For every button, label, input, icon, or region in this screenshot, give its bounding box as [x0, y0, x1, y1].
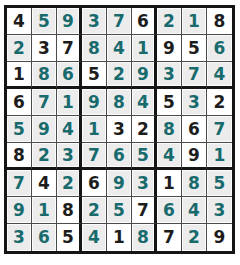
- cell-r7c6-solved[interactable]: 3: [132, 170, 157, 197]
- cell-r6c2-solved[interactable]: 2: [32, 143, 57, 170]
- cell-r8c3-given[interactable]: 8: [57, 197, 82, 224]
- cell-r5c4-solved[interactable]: 1: [82, 116, 107, 143]
- cell-r3c1-given[interactable]: 1: [7, 62, 32, 89]
- cell-r2c7-given[interactable]: 9: [157, 35, 182, 62]
- cell-r1c9-given[interactable]: 8: [207, 8, 232, 35]
- cell-r6c3-solved[interactable]: 3: [57, 143, 82, 170]
- cell-r4c5-solved[interactable]: 8: [107, 89, 132, 116]
- cell-r7c9-solved[interactable]: 5: [207, 170, 232, 197]
- cell-r2c1-solved[interactable]: 2: [7, 35, 32, 62]
- cell-r4c3-solved[interactable]: 1: [57, 89, 82, 116]
- cell-r8c7-solved[interactable]: 6: [157, 197, 182, 224]
- cell-r7c2-given[interactable]: 4: [32, 170, 57, 197]
- cell-r9c4-solved[interactable]: 4: [82, 224, 107, 251]
- cell-r8c8-solved[interactable]: 4: [182, 197, 207, 224]
- cell-r8c6-given[interactable]: 7: [132, 197, 157, 224]
- cell-r4c2-solved[interactable]: 7: [32, 89, 57, 116]
- cell-r5c3-solved[interactable]: 4: [57, 116, 82, 143]
- cell-r8c1-solved[interactable]: 9: [7, 197, 32, 224]
- cell-r9c1-solved[interactable]: 3: [7, 224, 32, 251]
- cell-r4c7-given[interactable]: 5: [157, 89, 182, 116]
- cell-r6c4-solved[interactable]: 7: [82, 143, 107, 170]
- cell-r4c9-given[interactable]: 2: [207, 89, 232, 116]
- cell-r1c2-solved[interactable]: 5: [32, 8, 57, 35]
- cell-r5c5-given[interactable]: 3: [107, 116, 132, 143]
- cell-r8c2-solved[interactable]: 1: [32, 197, 57, 224]
- cell-r8c4-solved[interactable]: 2: [82, 197, 107, 224]
- cell-r8c9-solved[interactable]: 3: [207, 197, 232, 224]
- cell-r9c8-solved[interactable]: 2: [182, 224, 207, 251]
- cell-r7c1-solved[interactable]: 7: [7, 170, 32, 197]
- cell-r1c1-given[interactable]: 4: [7, 8, 32, 35]
- cell-r2c5-solved[interactable]: 4: [107, 35, 132, 62]
- cell-r3c4-given[interactable]: 5: [82, 62, 107, 89]
- cell-r4c8-solved[interactable]: 3: [182, 89, 207, 116]
- cell-r9c6-solved[interactable]: 8: [132, 224, 157, 251]
- cell-r3c3-solved[interactable]: 6: [57, 62, 82, 89]
- cell-r7c3-solved[interactable]: 2: [57, 170, 82, 197]
- cell-r9c5-given[interactable]: 1: [107, 224, 132, 251]
- cell-r3c2-solved[interactable]: 8: [32, 62, 57, 89]
- cell-r6c6-solved[interactable]: 5: [132, 143, 157, 170]
- cell-r4c1-given[interactable]: 6: [7, 89, 32, 116]
- cell-r1c6-given[interactable]: 6: [132, 8, 157, 35]
- cell-r9c9-given[interactable]: 9: [207, 224, 232, 251]
- cell-r2c8-given[interactable]: 5: [182, 35, 207, 62]
- cell-r2c3-given[interactable]: 7: [57, 35, 82, 62]
- cell-r9c2-solved[interactable]: 6: [32, 224, 57, 251]
- cell-r4c4-solved[interactable]: 9: [82, 89, 107, 116]
- cell-r7c4-given[interactable]: 6: [82, 170, 107, 197]
- cell-r3c6-solved[interactable]: 9: [132, 62, 157, 89]
- cell-r3c9-solved[interactable]: 4: [207, 62, 232, 89]
- cell-r7c7-given[interactable]: 1: [157, 170, 182, 197]
- cell-r2c2-given[interactable]: 3: [32, 35, 57, 62]
- cell-r3c5-solved[interactable]: 2: [107, 62, 132, 89]
- cell-r6c5-solved[interactable]: 6: [107, 143, 132, 170]
- cell-r3c7-solved[interactable]: 3: [157, 62, 182, 89]
- cell-r7c8-solved[interactable]: 8: [182, 170, 207, 197]
- cell-r9c3-given[interactable]: 5: [57, 224, 82, 251]
- cell-r5c2-solved[interactable]: 9: [32, 116, 57, 143]
- cell-r6c8-given[interactable]: 9: [182, 143, 207, 170]
- cell-r1c5-solved[interactable]: 7: [107, 8, 132, 35]
- cell-r3c8-solved[interactable]: 7: [182, 62, 207, 89]
- cell-r1c3-solved[interactable]: 9: [57, 8, 82, 35]
- cell-r8c5-solved[interactable]: 5: [107, 197, 132, 224]
- cell-r5c6-given[interactable]: 2: [132, 116, 157, 143]
- cell-r2c6-solved[interactable]: 1: [132, 35, 157, 62]
- cell-r4c6-solved[interactable]: 4: [132, 89, 157, 116]
- cell-r5c8-given[interactable]: 6: [182, 116, 207, 143]
- cell-r2c9-solved[interactable]: 6: [207, 35, 232, 62]
- cell-r5c7-solved[interactable]: 8: [157, 116, 182, 143]
- cell-r1c4-solved[interactable]: 3: [82, 8, 107, 35]
- cell-r9c7-given[interactable]: 7: [157, 224, 182, 251]
- cell-r1c8-solved[interactable]: 1: [182, 8, 207, 35]
- cell-r7c5-solved[interactable]: 9: [107, 170, 132, 197]
- cell-r6c1-given[interactable]: 8: [7, 143, 32, 170]
- cell-r5c9-solved[interactable]: 7: [207, 116, 232, 143]
- sudoku-board: 4593762182378419561865293746719845325941…: [4, 5, 235, 254]
- cell-r5c1-solved[interactable]: 5: [7, 116, 32, 143]
- cell-r2c4-solved[interactable]: 8: [82, 35, 107, 62]
- cell-r1c7-solved[interactable]: 2: [157, 8, 182, 35]
- cell-r6c7-solved[interactable]: 4: [157, 143, 182, 170]
- cell-r6c9-solved[interactable]: 1: [207, 143, 232, 170]
